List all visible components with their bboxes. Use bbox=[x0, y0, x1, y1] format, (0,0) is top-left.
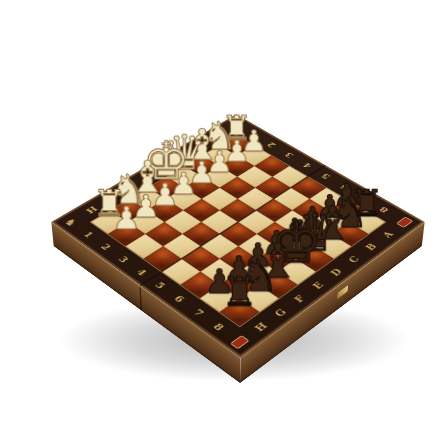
knight-logo-icon: ♞ bbox=[228, 120, 244, 129]
black-rook-h8: ♜ bbox=[218, 249, 261, 312]
knight-logo-icon: ♞ bbox=[62, 216, 80, 227]
folding-seam-side bbox=[139, 287, 142, 311]
red-crest-icon bbox=[396, 216, 413, 227]
red-crest-icon bbox=[230, 335, 250, 349]
product-photo-stage: 1122334455667788AABBCCDDEEFFGGHH♞♞ ♜♞♝♛♚… bbox=[0, 0, 440, 440]
white-pawn-h2: ♟ bbox=[106, 175, 146, 234]
brass-latch-icon bbox=[337, 284, 349, 300]
